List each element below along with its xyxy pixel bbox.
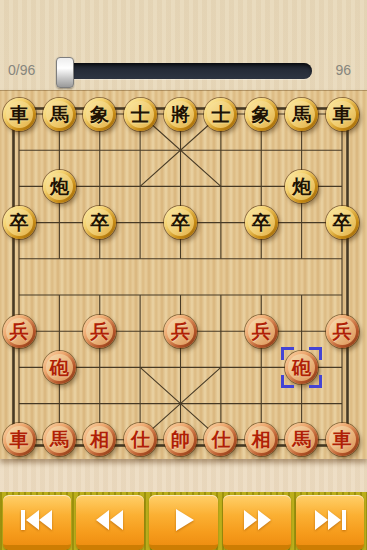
piece-glyph: 炮 bbox=[46, 173, 73, 200]
piece-glyph: 將 bbox=[167, 101, 194, 128]
piece-glyph: 車 bbox=[329, 101, 356, 128]
red-cannon[interactable]: 砲 bbox=[43, 351, 76, 384]
red-soldier[interactable]: 兵 bbox=[164, 315, 197, 348]
piece-glyph: 卒 bbox=[6, 209, 33, 236]
piece-glyph: 象 bbox=[86, 101, 113, 128]
black-soldier[interactable]: 卒 bbox=[245, 206, 278, 239]
piece-glyph: 馬 bbox=[46, 101, 73, 128]
to-start-icon bbox=[18, 508, 56, 532]
piece-glyph: 炮 bbox=[288, 173, 315, 200]
red-soldier[interactable]: 兵 bbox=[83, 315, 116, 348]
black-soldier[interactable]: 卒 bbox=[83, 206, 116, 239]
to-start-button[interactable] bbox=[3, 495, 71, 550]
piece-glyph: 象 bbox=[248, 101, 275, 128]
to-end-button[interactable] bbox=[296, 495, 364, 550]
black-soldier[interactable]: 卒 bbox=[3, 206, 36, 239]
playback-toolbar bbox=[0, 492, 367, 550]
black-chariot[interactable]: 車 bbox=[3, 98, 36, 131]
piece-glyph: 卒 bbox=[329, 209, 356, 236]
red-horse[interactable]: 馬 bbox=[285, 423, 318, 456]
piece-glyph: 卒 bbox=[248, 209, 275, 236]
black-general[interactable]: 將 bbox=[164, 98, 197, 131]
play-button[interactable] bbox=[149, 495, 217, 550]
red-advisor[interactable]: 仕 bbox=[124, 423, 157, 456]
piece-glyph: 車 bbox=[6, 426, 33, 453]
piece-glyph: 馬 bbox=[288, 426, 315, 453]
black-chariot[interactable]: 車 bbox=[326, 98, 359, 131]
piece-glyph: 相 bbox=[248, 426, 275, 453]
play-icon bbox=[172, 507, 196, 533]
next-move-button[interactable] bbox=[223, 495, 291, 550]
piece-glyph: 兵 bbox=[6, 318, 33, 345]
previous-move-button[interactable] bbox=[76, 495, 144, 550]
piece-glyph: 車 bbox=[6, 101, 33, 128]
black-elephant[interactable]: 象 bbox=[83, 98, 116, 131]
xiangqi-replay-app: 0/96 96 車馬象士將士象馬車炮炮卒卒卒卒卒兵兵兵兵兵砲砲車馬相仕帥仕相馬車 bbox=[0, 0, 367, 550]
move-slider-row: 0/96 96 bbox=[0, 54, 367, 90]
piece-glyph: 兵 bbox=[329, 318, 356, 345]
selection-bracket bbox=[281, 347, 294, 360]
rewind-icon bbox=[93, 508, 127, 532]
black-elephant[interactable]: 象 bbox=[245, 98, 278, 131]
selection-bracket bbox=[309, 347, 322, 360]
black-advisor[interactable]: 士 bbox=[204, 98, 237, 131]
fast-forward-icon bbox=[240, 508, 274, 532]
piece-glyph: 帥 bbox=[167, 426, 194, 453]
move-slider-handle[interactable] bbox=[56, 57, 74, 88]
piece-glyph: 卒 bbox=[167, 209, 194, 236]
red-elephant[interactable]: 相 bbox=[245, 423, 278, 456]
piece-glyph: 卒 bbox=[86, 209, 113, 236]
piece-glyph: 士 bbox=[127, 101, 154, 128]
piece-glyph: 相 bbox=[86, 426, 113, 453]
red-soldier[interactable]: 兵 bbox=[3, 315, 36, 348]
selection-bracket bbox=[309, 375, 322, 388]
selection-bracket bbox=[281, 375, 294, 388]
playback-header: 0/96 96 bbox=[0, 0, 367, 90]
red-chariot[interactable]: 車 bbox=[326, 423, 359, 456]
red-soldier[interactable]: 兵 bbox=[245, 315, 278, 348]
red-general[interactable]: 帥 bbox=[164, 423, 197, 456]
black-advisor[interactable]: 士 bbox=[124, 98, 157, 131]
piece-glyph: 兵 bbox=[167, 318, 194, 345]
black-horse[interactable]: 馬 bbox=[43, 98, 76, 131]
black-soldier[interactable]: 卒 bbox=[164, 206, 197, 239]
xiangqi-board[interactable]: 車馬象士將士象馬車炮炮卒卒卒卒卒兵兵兵兵兵砲砲車馬相仕帥仕相馬車 bbox=[0, 90, 367, 459]
piece-glyph: 馬 bbox=[46, 426, 73, 453]
red-chariot[interactable]: 車 bbox=[3, 423, 36, 456]
piece-glyph: 砲 bbox=[46, 354, 73, 381]
current-move-label: 0/96 bbox=[8, 62, 56, 78]
move-slider-track[interactable] bbox=[60, 63, 312, 79]
red-advisor[interactable]: 仕 bbox=[204, 423, 237, 456]
piece-glyph: 兵 bbox=[248, 318, 275, 345]
pieces-layer: 車馬象士將士象馬車炮炮卒卒卒卒卒兵兵兵兵兵砲砲車馬相仕帥仕相馬車 bbox=[0, 91, 367, 459]
piece-glyph: 士 bbox=[207, 101, 234, 128]
red-elephant[interactable]: 相 bbox=[83, 423, 116, 456]
black-horse[interactable]: 馬 bbox=[285, 98, 318, 131]
red-horse[interactable]: 馬 bbox=[43, 423, 76, 456]
black-cannon[interactable]: 炮 bbox=[285, 170, 318, 203]
piece-glyph: 車 bbox=[329, 426, 356, 453]
total-moves-label: 96 bbox=[335, 62, 351, 78]
piece-glyph: 兵 bbox=[86, 318, 113, 345]
red-cannon[interactable]: 砲 bbox=[285, 351, 318, 384]
black-soldier[interactable]: 卒 bbox=[326, 206, 359, 239]
piece-glyph: 馬 bbox=[288, 101, 315, 128]
black-cannon[interactable]: 炮 bbox=[43, 170, 76, 203]
piece-glyph: 仕 bbox=[127, 426, 154, 453]
red-soldier[interactable]: 兵 bbox=[326, 315, 359, 348]
to-end-icon bbox=[311, 508, 349, 532]
piece-glyph: 仕 bbox=[207, 426, 234, 453]
